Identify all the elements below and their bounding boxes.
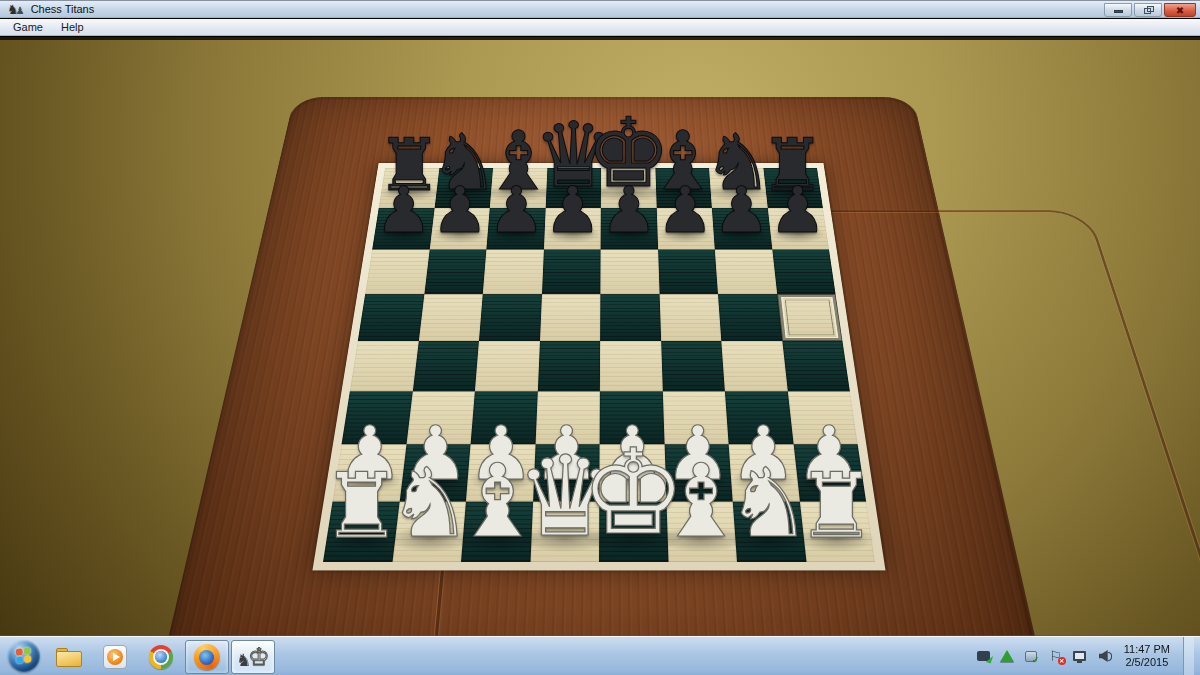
square-d5[interactable]	[540, 294, 601, 341]
square-e5[interactable]	[600, 294, 661, 341]
start-button[interactable]	[8, 640, 40, 672]
show-desktop-button[interactable]	[1183, 637, 1194, 675]
square-f5[interactable]	[659, 294, 721, 341]
square-g5[interactable]	[718, 294, 782, 341]
square-e6[interactable]	[600, 250, 659, 294]
chrome-icon	[149, 645, 173, 669]
clock-time: 11:47 PM	[1124, 643, 1170, 656]
taskbar-clock[interactable]: 11:47 PM 2/5/2015	[1120, 643, 1174, 669]
taskbar-windows-media-player[interactable]	[93, 640, 137, 674]
volume-icon	[1099, 650, 1108, 662]
square-a4[interactable]	[350, 341, 418, 391]
app-icon: ♞ ♟	[7, 1, 25, 17]
square-c6[interactable]	[483, 250, 544, 294]
window-title: Chess Titans	[31, 3, 95, 15]
square-g6[interactable]	[715, 250, 777, 294]
taskbar-google-chrome[interactable]	[139, 640, 183, 674]
square-h6[interactable]	[772, 250, 836, 294]
square-h5[interactable]	[777, 294, 843, 341]
square-d4[interactable]	[537, 341, 600, 391]
folder-icon	[56, 648, 82, 667]
firefox-icon	[194, 644, 220, 670]
square-f6[interactable]	[658, 250, 718, 294]
piece-black-pawn-h7[interactable]: ♟	[718, 179, 878, 243]
square-c4[interactable]	[475, 341, 540, 391]
chess-titans-window: ♞ ♟ Chess Titans ✖ Game Help ♜♞♝♛♚♝♞♜♟♟♟…	[0, 0, 1200, 675]
taskbar: ♞♔ ⚐✕ 11:47 PM 2/5/2015	[0, 637, 1200, 675]
monitor-green-arrow-icon	[977, 651, 990, 661]
square-c5[interactable]	[479, 294, 542, 341]
error-badge: ✕	[1058, 657, 1066, 665]
chess-titans-icon: ♞♔	[236, 645, 270, 669]
square-h4[interactable]	[782, 341, 850, 391]
close-icon: ✖	[1165, 4, 1195, 17]
tray-action-center[interactable]: ⚐✕	[1048, 649, 1063, 664]
square-d6[interactable]	[542, 250, 601, 294]
menu-bar: Game Help	[0, 19, 1200, 36]
square-b5[interactable]	[418, 294, 482, 341]
minimize-button[interactable]	[1104, 3, 1132, 17]
tray-app-monitor-icon[interactable]	[976, 649, 991, 664]
menu-game[interactable]: Game	[4, 20, 52, 34]
clock-date: 2/5/2015	[1124, 656, 1170, 669]
square-f4[interactable]	[661, 341, 725, 391]
game-stage: ♜♞♝♛♚♝♞♜♟♟♟♟♟♟♟♟♟♟♟♟♟♟♟♟♜♞♝♛♚♝♞♜	[0, 37, 1200, 637]
square-a6[interactable]	[365, 250, 429, 294]
close-button[interactable]: ✖	[1164, 3, 1196, 17]
tray-safely-remove-hardware[interactable]	[1024, 649, 1039, 664]
tray-green-triangle-icon[interactable]	[1000, 649, 1015, 664]
tray-network[interactable]	[1072, 649, 1087, 664]
taskbar-windows-explorer[interactable]	[47, 640, 91, 674]
flag-icon: ⚐✕	[1049, 649, 1062, 664]
tray-volume[interactable]	[1096, 649, 1111, 664]
restore-button[interactable]	[1134, 3, 1162, 17]
network-icon	[1073, 651, 1086, 661]
square-b6[interactable]	[424, 250, 486, 294]
system-tray: ⚐✕ 11:47 PM 2/5/2015	[976, 637, 1200, 675]
taskbar-chess-titans[interactable]: ♞♔	[231, 640, 275, 674]
green-triangle-icon	[1000, 650, 1014, 662]
menu-help[interactable]: Help	[52, 20, 93, 34]
title-bar: ♞ ♟ Chess Titans ✖	[0, 0, 1200, 18]
chess-pawn-icon: ♟	[16, 4, 25, 17]
taskbar-firefox[interactable]	[185, 640, 229, 674]
square-b4[interactable]	[412, 341, 479, 391]
piece-white-rook-h1[interactable]: ♜	[757, 462, 917, 552]
square-g4[interactable]	[721, 341, 787, 391]
square-e4[interactable]	[600, 341, 662, 391]
media-player-icon	[103, 645, 127, 669]
square-a5[interactable]	[358, 294, 424, 341]
hardware-icon	[1025, 651, 1037, 662]
minimize-icon	[1114, 10, 1123, 13]
window-controls: ✖	[1104, 3, 1196, 17]
windows-flag-icon	[16, 647, 33, 665]
